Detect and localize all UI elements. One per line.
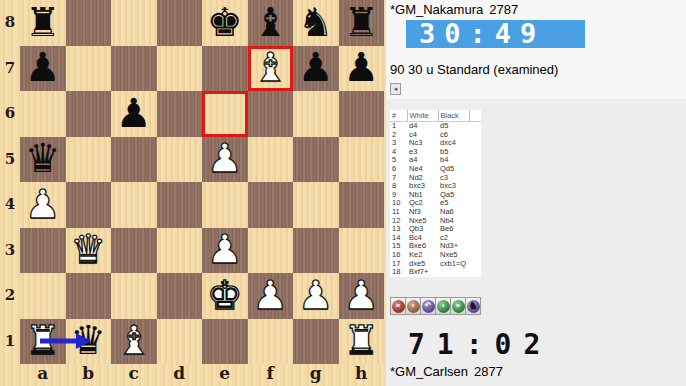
square-a3[interactable]	[20, 228, 66, 274]
move-extra	[469, 208, 481, 217]
square-b2[interactable]	[66, 273, 112, 319]
bottom-player-name: *GM_Carlsen	[390, 364, 468, 379]
move-row: 13Qb3Be6	[390, 225, 481, 234]
black-move[interactable]: Qd5	[438, 165, 469, 174]
file-labels: abcdefgh	[20, 362, 384, 386]
white-move[interactable]: bxc3	[407, 182, 438, 191]
square-b7[interactable]	[66, 46, 112, 92]
square-g3[interactable]	[293, 228, 339, 274]
square-d4[interactable]	[157, 182, 203, 228]
black-move[interactable]: Qa5	[438, 191, 469, 200]
white-move[interactable]: Nf3	[407, 208, 438, 217]
square-d6[interactable]	[157, 91, 203, 137]
move-list-body: 1d4d52c4c63Nc3dxc44e3b55a4b46Ne4Qd57Nd2c…	[390, 122, 481, 277]
white-move[interactable]: dxe5	[407, 260, 438, 269]
rank-label-1: 1	[0, 319, 20, 365]
rank-label-6: 6	[0, 91, 20, 137]
go-to-end-icon: »	[452, 300, 465, 313]
square-h2[interactable]: ♟	[339, 273, 385, 319]
square-a5[interactable]: ♛	[20, 137, 66, 183]
piece-white-rook: ♜	[343, 320, 379, 360]
piece-white-queen: ♛	[70, 229, 106, 269]
chess-client-window: 87654321 ♜♚♝♞♜♟♝♟♟♟♛♟♟♛♟♚♟♟♟♜♛♝♜ abcdefg…	[0, 0, 686, 386]
move-extra	[469, 268, 481, 277]
white-move[interactable]: c4	[407, 131, 438, 140]
black-move[interactable]: Nd3+	[438, 242, 469, 251]
square-a1[interactable]: ♜	[20, 319, 66, 365]
square-a6[interactable]	[20, 91, 66, 137]
move-number: 4	[390, 148, 407, 157]
forward-icon: ›	[437, 300, 450, 313]
piece-white-pawn: ♟	[207, 138, 243, 178]
col-white: White	[407, 110, 438, 122]
square-e8[interactable]: ♚	[202, 0, 248, 46]
square-c1[interactable]: ♝	[111, 319, 157, 365]
move-extra	[469, 191, 481, 200]
square-f8[interactable]: ♝	[248, 0, 294, 46]
rank-label-5: 5	[0, 137, 20, 183]
square-h3[interactable]	[339, 228, 385, 274]
move-number: 16	[390, 251, 407, 260]
move-row: 16Ke2Nxe5	[390, 251, 481, 260]
move-row: 10Qc2e5	[390, 199, 481, 208]
square-b1[interactable]: ♛	[66, 319, 112, 365]
move-row: 18Bxf7+	[390, 268, 481, 277]
square-d1[interactable]	[157, 319, 203, 365]
flip-board-button[interactable]: ♞	[465, 297, 481, 315]
top-player-clock: 30:49	[406, 20, 585, 48]
board-grid[interactable]: ♜♚♝♞♜♟♝♟♟♟♛♟♟♛♟♚♟♟♟♜♛♝♜	[20, 0, 384, 364]
move-row: 7Nd2c3	[390, 174, 481, 183]
white-move[interactable]: d4	[407, 122, 438, 131]
go-to-start-button[interactable]: «	[390, 297, 406, 315]
forward-button[interactable]: ›	[435, 297, 451, 315]
piece-black-queen: ♛	[70, 320, 106, 360]
black-move[interactable]: Nb4	[438, 217, 469, 226]
white-move[interactable]: Qb3	[407, 225, 438, 234]
move-number: 18	[390, 268, 407, 277]
move-extra	[469, 217, 481, 226]
square-h8[interactable]: ♜	[339, 0, 385, 46]
move-extra	[469, 251, 481, 260]
white-move[interactable]: a4	[407, 156, 438, 165]
piece-white-pawn: ♟	[343, 275, 379, 315]
move-row: 5a4b4	[390, 156, 481, 165]
move-list: # White Black 1d4d52c4c63Nc3dxc44e3b55a4…	[390, 110, 481, 277]
square-d3[interactable]	[157, 228, 203, 274]
rank-labels: 87654321	[0, 0, 20, 364]
move-extra	[469, 156, 481, 165]
square-c4[interactable]	[111, 182, 157, 228]
white-move[interactable]: e3	[407, 148, 438, 157]
square-f4[interactable]	[248, 182, 294, 228]
square-d2[interactable]	[157, 273, 203, 319]
move-extra	[469, 139, 481, 148]
black-move[interactable]: c2	[438, 234, 469, 243]
square-g1[interactable]	[293, 319, 339, 365]
move-number: 14	[390, 234, 407, 243]
square-f7[interactable]: ♝	[248, 46, 294, 92]
revert-icon: ↶	[422, 300, 435, 313]
move-extra	[469, 148, 481, 157]
square-b6[interactable]	[66, 91, 112, 137]
white-move[interactable]: Bxe6	[407, 242, 438, 251]
white-move[interactable]: Qc2	[407, 199, 438, 208]
white-move[interactable]: Nd2	[407, 174, 438, 183]
move-row: 2c4c6	[390, 131, 481, 140]
back-icon: ‹	[407, 300, 420, 313]
square-c3[interactable]	[111, 228, 157, 274]
rank-label-3: 3	[0, 228, 20, 274]
piece-black-rook: ♜	[25, 2, 61, 42]
square-f1[interactable]	[248, 319, 294, 365]
piece-black-bishop: ♝	[252, 2, 288, 42]
game-panel: *GM_Nakamura2787 30:49 90 30 u Standard …	[386, 0, 686, 386]
square-f6[interactable]	[248, 91, 294, 137]
black-move[interactable]: dxc4	[438, 139, 469, 148]
square-e4[interactable]	[202, 182, 248, 228]
piece-black-pawn: ♟	[298, 47, 334, 87]
move-row: 15Bxe6Nd3+	[390, 242, 481, 251]
move-extra	[469, 234, 481, 243]
square-a8[interactable]: ♜	[20, 0, 66, 46]
flip-board-icon: ♞	[467, 300, 480, 313]
move-number: 10	[390, 199, 407, 208]
move-number: 11	[390, 208, 407, 217]
chess-board: 87654321 ♜♚♝♞♜♟♝♟♟♟♛♟♟♛♟♚♟♟♟♜♛♝♜ abcdefg…	[0, 0, 386, 386]
square-c5[interactable]	[111, 137, 157, 183]
go-to-end-button[interactable]: »	[450, 297, 466, 315]
square-e6[interactable]	[202, 91, 248, 137]
col-extra	[469, 110, 481, 122]
file-label-b: b	[66, 362, 112, 386]
black-move[interactable]: bxc3	[438, 182, 469, 191]
move-row: 17dxe5cxb1=Q	[390, 260, 481, 269]
file-label-c: c	[111, 362, 157, 386]
move-extra	[469, 260, 481, 269]
piece-white-pawn: ♟	[25, 184, 61, 224]
square-e1[interactable]	[202, 319, 248, 365]
white-move[interactable]: Bc4	[407, 234, 438, 243]
square-f2[interactable]: ♟	[248, 273, 294, 319]
square-c8[interactable]	[111, 0, 157, 46]
square-h5[interactable]	[339, 137, 385, 183]
move-number: 12	[390, 217, 407, 226]
move-number: 2	[390, 131, 407, 140]
piece-white-bishop: ♝	[116, 320, 152, 360]
piece-white-pawn: ♟	[298, 275, 334, 315]
move-extra	[469, 242, 481, 251]
file-label-d: d	[157, 362, 203, 386]
piece-white-pawn: ♟	[252, 275, 288, 315]
square-b8[interactable]	[66, 0, 112, 46]
move-number: 8	[390, 182, 407, 191]
move-row: 6Ne4Qd5	[390, 165, 481, 174]
move-extra	[469, 174, 481, 183]
square-d5[interactable]	[157, 137, 203, 183]
square-c6[interactable]: ♟	[111, 91, 157, 137]
move-number: 6	[390, 165, 407, 174]
square-g6[interactable]	[293, 91, 339, 137]
rank-label-4: 4	[0, 182, 20, 228]
square-b3[interactable]: ♛	[66, 228, 112, 274]
piece-black-queen: ♛	[25, 138, 61, 178]
black-move[interactable]: d5	[438, 122, 469, 131]
square-f3[interactable]	[248, 228, 294, 274]
move-number: 7	[390, 174, 407, 183]
square-h6[interactable]	[339, 91, 385, 137]
move-row: 9Nb1Qa5	[390, 191, 481, 200]
square-h4[interactable]	[339, 182, 385, 228]
move-number: 5	[390, 156, 407, 165]
white-move[interactable]: Ke2	[407, 251, 438, 260]
file-label-f: f	[248, 362, 294, 386]
move-extra	[469, 122, 481, 131]
white-move[interactable]: Nxe5	[407, 217, 438, 226]
square-a7[interactable]: ♟	[20, 46, 66, 92]
square-g2[interactable]: ♟	[293, 273, 339, 319]
piece-black-pawn: ♟	[25, 47, 61, 87]
move-row: 8bxc3bxc3	[390, 182, 481, 191]
black-move[interactable]: b5	[438, 148, 469, 157]
move-extra	[469, 182, 481, 191]
piece-white-pawn: ♟	[207, 229, 243, 269]
white-move[interactable]: Nc3	[407, 139, 438, 148]
square-e5[interactable]: ♟	[202, 137, 248, 183]
rank-label-2: 2	[0, 273, 20, 319]
piece-black-pawn: ♟	[116, 93, 152, 133]
square-b4[interactable]	[66, 182, 112, 228]
white-move[interactable]: Ne4	[407, 165, 438, 174]
black-move[interactable]: c3	[438, 174, 469, 183]
square-a2[interactable]	[20, 273, 66, 319]
revert-button[interactable]: ↶	[420, 297, 436, 315]
rank-label-7: 7	[0, 46, 20, 92]
white-move[interactable]: Nb1	[407, 191, 438, 200]
square-g5[interactable]	[293, 137, 339, 183]
top-player-name: *GM_Nakamura	[390, 2, 483, 17]
move-number: 3	[390, 139, 407, 148]
game-info-text: 90 30 u Standard (examined)	[390, 62, 558, 77]
black-move[interactable]	[438, 268, 469, 277]
move-number: 1	[390, 122, 407, 131]
move-row: 11Nf3Na6	[390, 208, 481, 217]
square-b5[interactable]	[66, 137, 112, 183]
piece-white-king: ♚	[207, 275, 243, 315]
move-row: 12Nxe5Nb4	[390, 217, 481, 226]
piece-white-bishop: ♝	[252, 47, 288, 87]
piece-black-rook: ♜	[343, 2, 379, 42]
back-button[interactable]: ‹	[405, 297, 421, 315]
square-a4[interactable]: ♟	[20, 182, 66, 228]
col-black: Black	[438, 110, 469, 122]
move-extra	[469, 199, 481, 208]
square-e2[interactable]: ♚	[202, 273, 248, 319]
black-move[interactable]: e5	[438, 199, 469, 208]
piece-black-king: ♚	[207, 2, 243, 42]
move-number: 9	[390, 191, 407, 200]
bottom-player-rating: 2877	[474, 364, 503, 379]
black-move[interactable]: cxb1=Q	[438, 260, 469, 269]
piece-black-pawn: ♟	[343, 47, 379, 87]
bottom-player-clock: 71:02	[408, 328, 552, 361]
square-c2[interactable]	[111, 273, 157, 319]
square-e3[interactable]: ♟	[202, 228, 248, 274]
square-g4[interactable]	[293, 182, 339, 228]
black-move[interactable]: b4	[438, 156, 469, 165]
navigation-toolbar: «‹↶›»♞	[390, 297, 481, 315]
move-row: 4e3b5	[390, 148, 481, 157]
move-row: 1d4d5	[390, 122, 481, 131]
move-extra	[469, 225, 481, 234]
square-g8[interactable]: ♞	[293, 0, 339, 46]
square-f5[interactable]	[248, 137, 294, 183]
file-label-h: h	[339, 362, 385, 386]
black-move[interactable]: c6	[438, 131, 469, 140]
square-e7[interactable]	[202, 46, 248, 92]
scroll-left-button[interactable]: ◄	[390, 83, 401, 95]
square-h7[interactable]: ♟	[339, 46, 385, 92]
move-extra	[469, 131, 481, 140]
rank-label-8: 8	[0, 0, 20, 46]
square-g7[interactable]: ♟	[293, 46, 339, 92]
black-move[interactable]: Nxe5	[438, 251, 469, 260]
move-list-header: # White Black	[390, 110, 481, 122]
black-move[interactable]: Na6	[438, 208, 469, 217]
go-to-start-icon: «	[392, 300, 405, 313]
white-move[interactable]: Bxf7+	[407, 268, 438, 277]
black-move[interactable]: Be6	[438, 225, 469, 234]
bottom-player: *GM_Carlsen2877	[390, 364, 503, 379]
top-player-rating: 2787	[489, 2, 518, 17]
file-label-e: e	[202, 362, 248, 386]
move-number: 15	[390, 242, 407, 251]
top-player: *GM_Nakamura2787	[390, 2, 518, 17]
piece-white-rook: ♜	[25, 320, 61, 360]
square-d7[interactable]	[157, 46, 203, 92]
col-move-number: #	[390, 110, 407, 122]
move-number: 13	[390, 225, 407, 234]
file-label-g: g	[293, 362, 339, 386]
move-row: 3Nc3dxc4	[390, 139, 481, 148]
move-row: 14Bc4c2	[390, 234, 481, 243]
move-extra	[469, 165, 481, 174]
square-h1[interactable]: ♜	[339, 319, 385, 365]
square-c7[interactable]	[111, 46, 157, 92]
move-number: 17	[390, 260, 407, 269]
square-d8[interactable]	[157, 0, 203, 46]
file-label-a: a	[20, 362, 66, 386]
piece-black-knight: ♞	[298, 2, 334, 42]
